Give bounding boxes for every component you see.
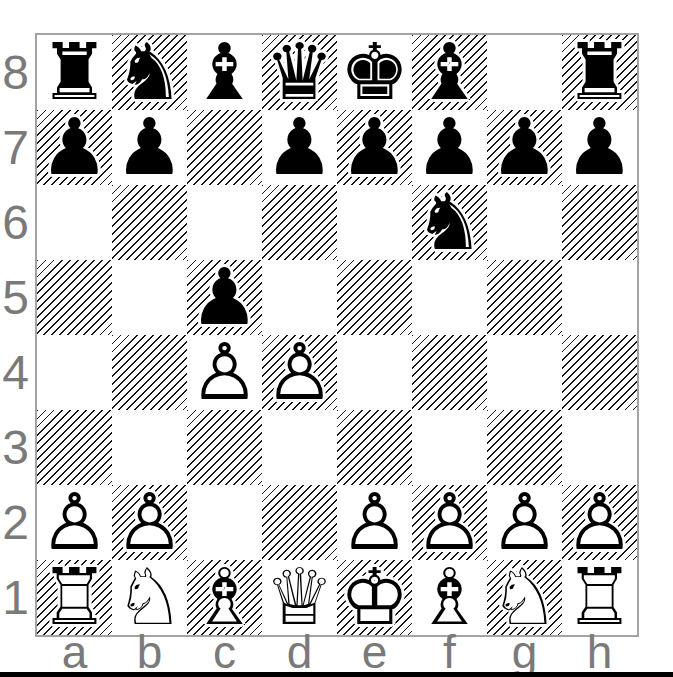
square-c5[interactable]: ♟♟ [187,260,262,335]
square-d4[interactable]: ♟♙ [262,335,337,410]
piece-white-rook: ♖ [37,560,112,635]
piece-backing: ♟ [187,260,262,335]
square-e3[interactable] [337,410,412,485]
piece-backing: ♚ [337,35,412,110]
piece-black-pawn: ♟ [262,110,337,185]
piece-white-pawn: ♙ [112,485,187,560]
piece-white-knight: ♘ [112,560,187,635]
piece-black-pawn: ♟ [412,110,487,185]
square-e7[interactable]: ♟♟ [337,110,412,185]
square-f3[interactable] [412,410,487,485]
piece-black-knight: ♞ [412,185,487,260]
square-c8[interactable]: ♝♝ [187,35,262,110]
square-a5[interactable] [37,260,112,335]
square-e6[interactable] [337,185,412,260]
piece-white-pawn: ♙ [262,335,337,410]
piece-black-pawn: ♟ [112,110,187,185]
square-g7[interactable]: ♟♟ [487,110,562,185]
rank-label-2: 2 [0,485,32,560]
piece-backing: ♜ [562,35,637,110]
square-g8[interactable] [487,35,562,110]
file-label-g: g [487,633,562,673]
square-h8[interactable]: ♜♜ [562,35,637,110]
piece-backing: ♞ [487,560,562,635]
square-c3[interactable] [187,410,262,485]
square-c7[interactable] [187,110,262,185]
square-b6[interactable] [112,185,187,260]
piece-backing: ♜ [37,35,112,110]
piece-white-pawn: ♙ [187,335,262,410]
square-h1[interactable]: ♜♖ [562,560,637,635]
chess-diagram: 87654321 ♜♜♞♞♝♝♛♛♚♚♝♝♜♜♟♟♟♟♟♟♟♟♟♟♟♟♟♟♞♞♟… [0,0,673,677]
piece-black-pawn: ♟ [187,260,262,335]
piece-backing: ♟ [337,110,412,185]
rank-label-7: 7 [0,110,32,185]
piece-black-pawn: ♟ [337,110,412,185]
piece-black-bishop: ♝ [412,35,487,110]
piece-backing: ♛ [262,35,337,110]
piece-backing: ♟ [112,485,187,560]
square-h6[interactable] [562,185,637,260]
rank-label-6: 6 [0,185,32,260]
file-labels: abcdefgh [37,633,637,673]
piece-backing: ♟ [262,335,337,410]
square-b1[interactable]: ♞♘ [112,560,187,635]
piece-white-pawn: ♙ [562,485,637,560]
square-h2[interactable]: ♟♙ [562,485,637,560]
piece-backing: ♟ [562,485,637,560]
piece-backing: ♟ [487,110,562,185]
piece-black-pawn: ♟ [487,110,562,185]
square-d6[interactable] [262,185,337,260]
square-c1[interactable]: ♝♗ [187,560,262,635]
square-g6[interactable] [487,185,562,260]
piece-white-pawn: ♙ [37,485,112,560]
square-d8[interactable]: ♛♛ [262,35,337,110]
piece-backing: ♟ [37,110,112,185]
square-f4[interactable] [412,335,487,410]
square-e2[interactable]: ♟♙ [337,485,412,560]
piece-backing: ♝ [187,35,262,110]
square-a4[interactable] [37,335,112,410]
square-e5[interactable] [337,260,412,335]
square-a7[interactable]: ♟♟ [37,110,112,185]
piece-backing: ♞ [112,35,187,110]
square-d3[interactable] [262,410,337,485]
bottom-divider [0,672,673,677]
square-a8[interactable]: ♜♜ [37,35,112,110]
square-a3[interactable] [37,410,112,485]
piece-backing: ♟ [112,110,187,185]
square-h4[interactable] [562,335,637,410]
piece-black-rook: ♜ [562,35,637,110]
piece-black-bishop: ♝ [187,35,262,110]
square-g5[interactable] [487,260,562,335]
square-c6[interactable] [187,185,262,260]
piece-backing: ♜ [562,560,637,635]
file-label-f: f [412,633,487,673]
square-g4[interactable] [487,335,562,410]
piece-backing: ♟ [337,485,412,560]
square-e4[interactable] [337,335,412,410]
file-label-a: a [37,633,112,673]
square-d5[interactable] [262,260,337,335]
square-d7[interactable]: ♟♟ [262,110,337,185]
square-c2[interactable] [187,485,262,560]
piece-backing: ♛ [262,560,337,635]
square-b8[interactable]: ♞♞ [112,35,187,110]
square-f5[interactable] [412,260,487,335]
piece-black-queen: ♛ [262,35,337,110]
piece-backing: ♞ [112,560,187,635]
piece-backing: ♟ [262,110,337,185]
square-e1[interactable]: ♚♔ [337,560,412,635]
piece-backing: ♟ [37,485,112,560]
piece-backing: ♟ [562,110,637,185]
piece-backing: ♞ [412,185,487,260]
square-b5[interactable] [112,260,187,335]
square-d2[interactable] [262,485,337,560]
piece-backing: ♚ [337,560,412,635]
square-g3[interactable] [487,410,562,485]
rank-labels: 87654321 [0,35,32,635]
square-a6[interactable] [37,185,112,260]
piece-white-pawn: ♙ [412,485,487,560]
rank-label-5: 5 [0,260,32,335]
piece-black-knight: ♞ [112,35,187,110]
file-label-h: h [562,633,637,673]
square-f2[interactable]: ♟♙ [412,485,487,560]
file-label-c: c [187,633,262,673]
square-h7[interactable]: ♟♟ [562,110,637,185]
square-f6[interactable]: ♞♞ [412,185,487,260]
rank-label-8: 8 [0,35,32,110]
piece-backing: ♝ [412,560,487,635]
square-b7[interactable]: ♟♟ [112,110,187,185]
piece-backing: ♝ [187,560,262,635]
square-b2[interactable]: ♟♙ [112,485,187,560]
piece-black-rook: ♜ [37,35,112,110]
piece-black-pawn: ♟ [562,110,637,185]
piece-white-rook: ♖ [562,560,637,635]
piece-backing: ♟ [187,335,262,410]
square-f7[interactable]: ♟♟ [412,110,487,185]
square-e8[interactable]: ♚♚ [337,35,412,110]
piece-backing: ♟ [412,110,487,185]
rank-label-1: 1 [0,560,32,635]
file-label-b: b [112,633,187,673]
rank-label-4: 4 [0,335,32,410]
piece-white-bishop: ♗ [412,560,487,635]
square-h3[interactable] [562,410,637,485]
piece-black-pawn: ♟ [37,110,112,185]
piece-white-pawn: ♙ [337,485,412,560]
piece-white-queen: ♕ [262,560,337,635]
piece-white-king: ♔ [337,560,412,635]
chess-board: ♜♜♞♞♝♝♛♛♚♚♝♝♜♜♟♟♟♟♟♟♟♟♟♟♟♟♟♟♞♞♟♟♟♙♟♙♟♙♟♙… [35,33,639,637]
rank-label-3: 3 [0,410,32,485]
square-g1[interactable]: ♞♘ [487,560,562,635]
piece-backing: ♟ [487,485,562,560]
square-d1[interactable]: ♛♕ [262,560,337,635]
piece-white-knight: ♘ [487,560,562,635]
square-f1[interactable]: ♝♗ [412,560,487,635]
file-label-d: d [262,633,337,673]
square-c4[interactable]: ♟♙ [187,335,262,410]
file-label-e: e [337,633,412,673]
square-b3[interactable] [112,410,187,485]
square-a1[interactable]: ♜♖ [37,560,112,635]
square-b4[interactable] [112,335,187,410]
piece-backing: ♟ [412,485,487,560]
square-h5[interactable] [562,260,637,335]
piece-black-king: ♚ [337,35,412,110]
square-a2[interactable]: ♟♙ [37,485,112,560]
piece-white-pawn: ♙ [487,485,562,560]
piece-backing: ♜ [37,560,112,635]
piece-white-bishop: ♗ [187,560,262,635]
square-g2[interactable]: ♟♙ [487,485,562,560]
square-f8[interactable]: ♝♝ [412,35,487,110]
piece-backing: ♝ [412,35,487,110]
